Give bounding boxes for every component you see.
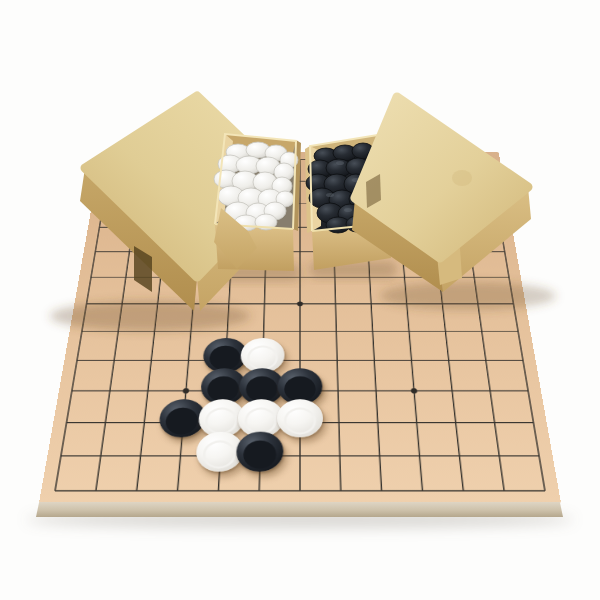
hoshi-star-point xyxy=(183,388,190,393)
go-set-photo-scene: ●○●●●●○○○○● xyxy=(0,0,600,600)
left-lid-surface-mark xyxy=(223,139,241,153)
grid-line-vertical xyxy=(332,159,341,490)
hoshi-star-point xyxy=(297,302,303,306)
grid-line-vertical xyxy=(137,159,174,490)
white-stone-g3[interactable]: ○ xyxy=(277,399,323,437)
grid-line-vertical xyxy=(395,159,423,490)
white-tray-inner-back-wall xyxy=(225,134,296,153)
grid-line-vertical xyxy=(426,159,463,490)
hoshi-star-point xyxy=(197,225,203,229)
go-board[interactable]: ●○●●●●○○○○● xyxy=(39,152,561,503)
board-grid xyxy=(39,152,561,503)
hoshi-star-point xyxy=(411,388,418,393)
black-tray-inner-back-wall xyxy=(310,133,390,154)
hoshi-star-point xyxy=(397,225,403,229)
grid-line-vertical xyxy=(363,159,382,490)
board-side-edge xyxy=(36,502,563,517)
black-stone-f2[interactable]: ● xyxy=(235,432,283,472)
